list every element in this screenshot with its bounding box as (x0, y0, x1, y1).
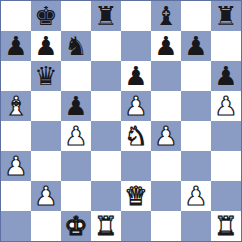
square-a3[interactable]: ♟ (1, 151, 31, 181)
square-f5[interactable] (151, 91, 181, 121)
square-e8[interactable] (121, 1, 151, 31)
square-h8[interactable]: ♜ (211, 1, 241, 31)
square-c3[interactable] (61, 151, 91, 181)
square-b7[interactable]: ♟ (31, 31, 61, 61)
square-g3[interactable] (181, 151, 211, 181)
square-g1[interactable] (181, 211, 211, 241)
white-pawn-piece[interactable]: ♟ (64, 121, 87, 151)
square-b1[interactable] (31, 211, 61, 241)
black-king-piece[interactable]: ♚ (34, 1, 57, 31)
square-e6[interactable]: ♟ (121, 61, 151, 91)
square-a8[interactable] (1, 1, 31, 31)
square-d8[interactable]: ♜ (91, 1, 121, 31)
square-f6[interactable] (151, 61, 181, 91)
black-knight-piece[interactable]: ♞ (64, 31, 87, 61)
square-e2[interactable]: ♛ (121, 181, 151, 211)
square-h2[interactable] (211, 181, 241, 211)
square-b3[interactable] (31, 151, 61, 181)
square-b2[interactable]: ♟ (31, 181, 61, 211)
square-c4[interactable]: ♟ (61, 121, 91, 151)
square-a5[interactable]: ♝ (1, 91, 31, 121)
square-h6[interactable]: ♟ (211, 61, 241, 91)
square-e5[interactable]: ♟ (121, 91, 151, 121)
square-c5[interactable]: ♟ (61, 91, 91, 121)
square-b8[interactable]: ♚ (31, 1, 61, 31)
square-d2[interactable] (91, 181, 121, 211)
chess-board: ♚♜♝♜♟♟♞♟♟♛♟♟♝♟♟♟♟♞♟♟♟♛♟♚♜♜ (0, 0, 242, 242)
black-pawn-piece[interactable]: ♟ (214, 61, 237, 91)
square-g7[interactable]: ♟ (181, 31, 211, 61)
square-d3[interactable] (91, 151, 121, 181)
white-pawn-piece[interactable]: ♟ (184, 181, 207, 211)
black-rook-piece[interactable]: ♜ (214, 1, 237, 31)
white-pawn-piece[interactable]: ♟ (214, 91, 237, 121)
square-e3[interactable] (121, 151, 151, 181)
white-rook-piece[interactable]: ♜ (94, 211, 117, 241)
square-c1[interactable]: ♚ (61, 211, 91, 241)
square-c7[interactable]: ♞ (61, 31, 91, 61)
square-g5[interactable] (181, 91, 211, 121)
white-knight-piece[interactable]: ♞ (124, 121, 147, 151)
square-f1[interactable] (151, 211, 181, 241)
square-h4[interactable] (211, 121, 241, 151)
black-queen-piece[interactable]: ♛ (34, 61, 57, 91)
square-h5[interactable]: ♟ (211, 91, 241, 121)
white-rook-piece[interactable]: ♜ (214, 211, 237, 241)
square-f8[interactable]: ♝ (151, 1, 181, 31)
square-e4[interactable]: ♞ (121, 121, 151, 151)
white-king-piece[interactable]: ♚ (64, 211, 87, 241)
square-f7[interactable]: ♟ (151, 31, 181, 61)
square-g8[interactable] (181, 1, 211, 31)
square-e7[interactable] (121, 31, 151, 61)
square-a1[interactable] (1, 211, 31, 241)
square-a7[interactable]: ♟ (1, 31, 31, 61)
black-pawn-piece[interactable]: ♟ (184, 31, 207, 61)
square-g4[interactable] (181, 121, 211, 151)
black-pawn-piece[interactable]: ♟ (64, 91, 87, 121)
square-g6[interactable] (181, 61, 211, 91)
square-g2[interactable]: ♟ (181, 181, 211, 211)
white-pawn-piece[interactable]: ♟ (34, 181, 57, 211)
black-pawn-piece[interactable]: ♟ (154, 31, 177, 61)
square-f2[interactable] (151, 181, 181, 211)
white-pawn-piece[interactable]: ♟ (124, 91, 147, 121)
square-a4[interactable] (1, 121, 31, 151)
square-h1[interactable]: ♜ (211, 211, 241, 241)
square-b4[interactable] (31, 121, 61, 151)
square-b6[interactable]: ♛ (31, 61, 61, 91)
white-queen-piece[interactable]: ♛ (124, 181, 147, 211)
square-d6[interactable] (91, 61, 121, 91)
square-a6[interactable] (1, 61, 31, 91)
white-bishop-piece[interactable]: ♝ (4, 91, 27, 121)
black-bishop-piece[interactable]: ♝ (154, 1, 177, 31)
square-f3[interactable] (151, 151, 181, 181)
black-rook-piece[interactable]: ♜ (94, 1, 117, 31)
square-d1[interactable]: ♜ (91, 211, 121, 241)
square-d5[interactable] (91, 91, 121, 121)
white-pawn-piece[interactable]: ♟ (154, 121, 177, 151)
square-d7[interactable] (91, 31, 121, 61)
black-pawn-piece[interactable]: ♟ (124, 61, 147, 91)
square-e1[interactable] (121, 211, 151, 241)
square-d4[interactable] (91, 121, 121, 151)
square-f4[interactable]: ♟ (151, 121, 181, 151)
square-c2[interactable] (61, 181, 91, 211)
black-pawn-piece[interactable]: ♟ (34, 31, 57, 61)
square-c8[interactable] (61, 1, 91, 31)
black-pawn-piece[interactable]: ♟ (4, 31, 27, 61)
square-a2[interactable] (1, 181, 31, 211)
square-c6[interactable] (61, 61, 91, 91)
white-pawn-piece[interactable]: ♟ (4, 151, 27, 181)
square-b5[interactable] (31, 91, 61, 121)
square-h3[interactable] (211, 151, 241, 181)
square-h7[interactable] (211, 31, 241, 61)
